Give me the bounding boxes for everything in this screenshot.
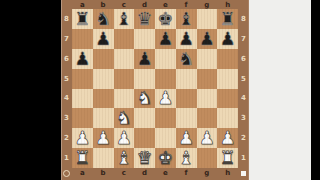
black-pawn-f7[interactable]: ♟ [178,30,194,48]
square-f6[interactable]: ♞ [176,49,197,69]
square-g2[interactable]: ♟ [197,128,218,148]
file-label-e: e [155,168,176,180]
file-label-g: g [197,0,218,9]
square-e5[interactable] [155,69,176,89]
square-c6[interactable] [114,49,135,69]
square-f2[interactable]: ♟ [176,128,197,148]
square-d2[interactable] [134,128,155,148]
square-h4[interactable] [217,89,238,109]
square-h2[interactable]: ♟ [217,128,238,148]
file-label-f: f [176,168,197,180]
square-a2[interactable]: ♟ [72,128,93,148]
white-pawn-h2[interactable]: ♟ [220,129,236,147]
square-e1[interactable]: ♚ [155,148,176,168]
square-g4[interactable] [197,89,218,109]
rank-label-1: 1 [238,148,249,168]
square-a1[interactable]: ♜ [72,148,93,168]
square-e2[interactable] [155,128,176,148]
square-h8[interactable]: ♜ [217,9,238,29]
square-f8[interactable]: ♝ [176,9,197,29]
black-pawn-e7[interactable]: ♟ [157,30,173,48]
square-d7[interactable] [134,29,155,49]
chess-board[interactable]: ♜♞♝♛♚♝♜♟♟♟♟♟♟♟♞♞♟♞♟♟♟♟♟♟♜♝♛♚♝♜ [72,9,238,168]
square-d4[interactable]: ♞ [134,89,155,109]
file-label-b: b [93,0,114,9]
square-a3[interactable] [72,108,93,128]
rank-labels-left: 87654321 [61,9,72,168]
white-pawn-g2[interactable]: ♟ [199,129,215,147]
black-bishop-c8[interactable]: ♝ [116,10,132,28]
black-rook-h8[interactable]: ♜ [220,10,236,28]
white-bishop-f1[interactable]: ♝ [178,149,194,167]
black-pawn-d6[interactable]: ♟ [137,50,153,68]
white-bishop-c1[interactable]: ♝ [116,149,132,167]
rank-label-5: 5 [61,69,72,89]
square-e8[interactable]: ♚ [155,9,176,29]
file-label-h: h [217,0,238,9]
square-f1[interactable]: ♝ [176,148,197,168]
square-d8[interactable]: ♛ [134,9,155,29]
square-g8[interactable] [197,9,218,29]
white-rook-a1[interactable]: ♜ [74,149,90,167]
square-g1[interactable] [197,148,218,168]
white-pawn-b2[interactable]: ♟ [95,129,111,147]
rank-label-7: 7 [61,29,72,49]
black-pawn-a6[interactable]: ♟ [74,50,90,68]
square-g6[interactable] [197,49,218,69]
rank-label-4: 4 [61,89,72,109]
rank-label-7: 7 [238,29,249,49]
square-h1[interactable]: ♜ [217,148,238,168]
rank-label-8: 8 [238,9,249,29]
square-e6[interactable] [155,49,176,69]
square-b3[interactable] [93,108,114,128]
square-b2[interactable]: ♟ [93,128,114,148]
file-label-d: d [134,168,155,180]
white-knight-d4[interactable]: ♞ [137,89,153,107]
square-a5[interactable] [72,69,93,89]
file-label-g: g [197,168,218,180]
rank-labels-right: 87654321 [238,9,249,168]
square-b4[interactable] [93,89,114,109]
square-f4[interactable] [176,89,197,109]
square-b7[interactable]: ♟ [93,29,114,49]
square-e7[interactable]: ♟ [155,29,176,49]
square-b6[interactable] [93,49,114,69]
white-pawn-e4[interactable]: ♟ [157,89,173,107]
chess-diagram: abcdefgh 87654321 87654321 abcdefgh ♜♞♝♛… [61,0,249,180]
square-h7[interactable]: ♟ [217,29,238,49]
square-h3[interactable] [217,108,238,128]
video-frame: abcdefgh 87654321 87654321 abcdefgh ♜♞♝♛… [0,0,320,180]
square-f3[interactable] [176,108,197,128]
file-labels-bottom: abcdefgh [72,168,238,180]
square-b1[interactable] [93,148,114,168]
rank-label-4: 4 [238,89,249,109]
file-label-a: a [72,0,93,9]
rank-label-8: 8 [61,9,72,29]
square-f7[interactable]: ♟ [176,29,197,49]
square-b5[interactable] [93,69,114,89]
rank-label-5: 5 [238,69,249,89]
square-c2[interactable]: ♟ [114,128,135,148]
square-c8[interactable]: ♝ [114,9,135,29]
background-panel [249,0,311,180]
square-c7[interactable] [114,29,135,49]
file-label-h: h [217,168,238,180]
rank-label-6: 6 [238,49,249,69]
square-d3[interactable] [134,108,155,128]
rank-label-3: 3 [61,108,72,128]
diagram-circle-marker [63,170,70,177]
square-g3[interactable] [197,108,218,128]
square-g5[interactable] [197,69,218,89]
file-label-c: c [114,168,135,180]
rank-label-3: 3 [238,108,249,128]
file-label-f: f [176,0,197,9]
square-e4[interactable]: ♟ [155,89,176,109]
square-g7[interactable]: ♟ [197,29,218,49]
file-label-d: d [134,0,155,9]
black-queen-d8[interactable]: ♛ [137,10,153,28]
square-c3[interactable]: ♞ [114,108,135,128]
file-label-a: a [72,168,93,180]
white-king-e1[interactable]: ♚ [157,149,173,167]
square-a7[interactable] [72,29,93,49]
square-c1[interactable]: ♝ [114,148,135,168]
rank-label-2: 2 [238,128,249,148]
black-bishop-f8[interactable]: ♝ [178,10,194,28]
square-f5[interactable] [176,69,197,89]
square-d5[interactable] [134,69,155,89]
white-to-move-indicator [241,171,246,176]
white-pawn-a2[interactable]: ♟ [74,129,90,147]
square-a4[interactable] [72,89,93,109]
file-label-e: e [155,0,176,9]
rank-label-1: 1 [61,148,72,168]
black-king-e8[interactable]: ♚ [157,10,173,28]
white-queen-d1[interactable]: ♛ [137,149,153,167]
white-pawn-f2[interactable]: ♟ [178,129,194,147]
square-h5[interactable] [217,69,238,89]
square-c4[interactable] [114,89,135,109]
black-knight-f6[interactable]: ♞ [178,50,194,68]
white-knight-c3[interactable]: ♞ [116,109,132,127]
black-knight-b8[interactable]: ♞ [95,10,111,28]
square-a6[interactable]: ♟ [72,49,93,69]
black-rook-a8[interactable]: ♜ [74,10,90,28]
file-label-b: b [93,168,114,180]
file-label-c: c [114,0,135,9]
white-rook-h1[interactable]: ♜ [220,149,236,167]
square-d6[interactable]: ♟ [134,49,155,69]
square-c5[interactable] [114,69,135,89]
rank-label-6: 6 [61,49,72,69]
black-pawn-h7[interactable]: ♟ [220,30,236,48]
square-a8[interactable]: ♜ [72,9,93,29]
white-pawn-c2[interactable]: ♟ [116,129,132,147]
black-pawn-b7[interactable]: ♟ [95,30,111,48]
rank-label-2: 2 [61,128,72,148]
file-labels-top: abcdefgh [72,0,238,9]
square-b8[interactable]: ♞ [93,9,114,29]
square-e3[interactable] [155,108,176,128]
square-h6[interactable] [217,49,238,69]
square-d1[interactable]: ♛ [134,148,155,168]
black-pawn-g7[interactable]: ♟ [199,30,215,48]
